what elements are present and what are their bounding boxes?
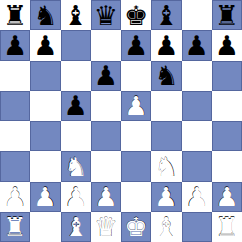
black-pawn-icon[interactable]: ♟ xyxy=(91,61,121,91)
piece-glyph: ♞ xyxy=(33,2,57,29)
square-a8[interactable]: ♜ xyxy=(0,0,30,30)
white-pawn-icon[interactable]: ♟♙ xyxy=(151,182,181,212)
white-knight-icon[interactable]: ♞♘ xyxy=(151,151,181,181)
square-h8[interactable]: ♜ xyxy=(212,0,242,30)
square-c3[interactable]: ♞♘ xyxy=(61,151,91,181)
square-h6[interactable] xyxy=(212,61,242,91)
black-rook-icon[interactable]: ♜ xyxy=(212,0,242,30)
white-knight-icon[interactable]: ♞♘ xyxy=(61,151,91,181)
square-a4[interactable] xyxy=(0,121,30,151)
square-d8[interactable]: ♛ xyxy=(91,0,121,30)
square-f5[interactable] xyxy=(151,91,181,121)
square-e1[interactable]: ♚♔ xyxy=(121,212,151,242)
square-h4[interactable] xyxy=(212,121,242,151)
piece-fill: ♝ xyxy=(155,214,178,240)
square-b8[interactable]: ♞ xyxy=(30,0,60,30)
white-king-icon[interactable]: ♚♔ xyxy=(121,212,151,242)
black-pawn-icon[interactable]: ♟ xyxy=(121,30,151,60)
white-rook-icon[interactable]: ♜♖ xyxy=(0,212,30,242)
square-e3[interactable] xyxy=(121,151,151,181)
black-pawn-icon[interactable]: ♟ xyxy=(212,30,242,60)
square-g8[interactable] xyxy=(182,0,212,30)
piece-glyph: ♟ xyxy=(33,32,57,59)
square-e5[interactable]: ♟♙ xyxy=(121,91,151,121)
white-pawn-icon[interactable]: ♟♙ xyxy=(182,182,212,212)
square-c8[interactable]: ♝ xyxy=(61,0,91,30)
square-b7[interactable]: ♟ xyxy=(30,30,60,60)
square-b1[interactable] xyxy=(30,212,60,242)
piece-fill: ♚ xyxy=(124,214,147,240)
square-h3[interactable] xyxy=(212,151,242,181)
piece-glyph: ♝ xyxy=(154,2,178,29)
square-g1[interactable] xyxy=(182,212,212,242)
piece-fill: ♟ xyxy=(185,184,208,210)
piece-glyph: ♟ xyxy=(185,32,209,59)
piece-fill: ♞ xyxy=(64,153,87,179)
square-a1[interactable]: ♜♖ xyxy=(0,212,30,242)
square-c5[interactable]: ♟ xyxy=(61,91,91,121)
square-f7[interactable]: ♟ xyxy=(151,30,181,60)
square-c7[interactable] xyxy=(61,30,91,60)
white-pawn-icon[interactable]: ♟♙ xyxy=(0,182,30,212)
square-g7[interactable]: ♟ xyxy=(182,30,212,60)
square-a2[interactable]: ♟♙ xyxy=(0,182,30,212)
piece-glyph: ♜ xyxy=(215,2,239,29)
square-h5[interactable] xyxy=(212,91,242,121)
black-pawn-icon[interactable]: ♟ xyxy=(182,30,212,60)
square-b5[interactable] xyxy=(30,91,60,121)
square-b2[interactable]: ♟♙ xyxy=(30,182,60,212)
black-knight-icon[interactable]: ♞ xyxy=(151,61,181,91)
piece-glyph: ♞ xyxy=(154,62,178,89)
square-e8[interactable]: ♚ xyxy=(121,0,151,30)
piece-fill: ♝ xyxy=(64,214,87,240)
piece-fill: ♟ xyxy=(124,93,147,119)
piece-fill: ♟ xyxy=(215,184,238,210)
square-a5[interactable] xyxy=(0,91,30,121)
white-bishop-icon[interactable]: ♝♗ xyxy=(151,212,181,242)
square-e4[interactable] xyxy=(121,121,151,151)
black-pawn-icon[interactable]: ♟ xyxy=(30,30,60,60)
black-knight-icon[interactable]: ♞ xyxy=(30,0,60,30)
white-rook-icon[interactable]: ♜♖ xyxy=(212,212,242,242)
piece-fill: ♟ xyxy=(64,184,87,210)
white-pawn-icon[interactable]: ♟♙ xyxy=(30,182,60,212)
piece-fill: ♟ xyxy=(155,184,178,210)
piece-fill: ♞ xyxy=(155,153,178,179)
square-c2[interactable]: ♟♙ xyxy=(61,182,91,212)
piece-fill: ♛ xyxy=(94,214,117,240)
piece-glyph: ♟ xyxy=(64,92,88,119)
square-d3[interactable] xyxy=(91,151,121,181)
square-f1[interactable]: ♝♗ xyxy=(151,212,181,242)
square-b4[interactable] xyxy=(30,121,60,151)
square-a7[interactable]: ♟ xyxy=(0,30,30,60)
piece-fill: ♜ xyxy=(215,214,238,240)
piece-fill: ♜ xyxy=(3,214,26,240)
piece-glyph: ♟ xyxy=(124,32,148,59)
square-b3[interactable] xyxy=(30,151,60,181)
black-pawn-icon[interactable]: ♟ xyxy=(151,30,181,60)
square-e7[interactable]: ♟ xyxy=(121,30,151,60)
square-g5[interactable] xyxy=(182,91,212,121)
square-g3[interactable] xyxy=(182,151,212,181)
piece-glyph: ♟ xyxy=(3,32,27,59)
white-pawn-icon[interactable]: ♟♙ xyxy=(61,182,91,212)
square-f4[interactable] xyxy=(151,121,181,151)
square-c6[interactable] xyxy=(61,61,91,91)
square-f2[interactable]: ♟♙ xyxy=(151,182,181,212)
square-c1[interactable]: ♝♗ xyxy=(61,212,91,242)
square-h1[interactable]: ♜♖ xyxy=(212,212,242,242)
piece-glyph: ♟ xyxy=(94,62,118,89)
black-pawn-icon[interactable]: ♟ xyxy=(0,30,30,60)
square-e6[interactable] xyxy=(121,61,151,91)
square-g4[interactable] xyxy=(182,121,212,151)
square-h7[interactable]: ♟ xyxy=(212,30,242,60)
piece-fill: ♟ xyxy=(3,184,26,210)
square-d5[interactable] xyxy=(91,91,121,121)
square-f3[interactable]: ♞♘ xyxy=(151,151,181,181)
square-d2[interactable]: ♟♙ xyxy=(91,182,121,212)
white-queen-icon[interactable]: ♛♕ xyxy=(91,212,121,242)
square-d1[interactable]: ♛♕ xyxy=(91,212,121,242)
square-f6[interactable]: ♞ xyxy=(151,61,181,91)
black-queen-icon[interactable]: ♛ xyxy=(91,0,121,30)
white-bishop-icon[interactable]: ♝♗ xyxy=(61,212,91,242)
square-b6[interactable] xyxy=(30,61,60,91)
black-bishop-icon[interactable]: ♝ xyxy=(61,0,91,30)
piece-glyph: ♟ xyxy=(154,32,178,59)
square-f8[interactable]: ♝ xyxy=(151,0,181,30)
square-d4[interactable] xyxy=(91,121,121,151)
piece-glyph: ♜ xyxy=(3,2,27,29)
square-g6[interactable] xyxy=(182,61,212,91)
chess-board: ♜♞♝♛♚♝♜♟♟♟♟♟♟♟♞♟♟♙♞♘♞♘♟♙♟♙♟♙♟♙♟♙♟♙♟♙♜♖♝♗… xyxy=(0,0,242,242)
square-a3[interactable] xyxy=(0,151,30,181)
square-e2[interactable] xyxy=(121,182,151,212)
piece-fill: ♟ xyxy=(34,184,57,210)
square-d7[interactable] xyxy=(91,30,121,60)
piece-glyph: ♝ xyxy=(64,2,88,29)
square-a6[interactable] xyxy=(0,61,30,91)
white-pawn-icon[interactable]: ♟♙ xyxy=(91,182,121,212)
square-d6[interactable]: ♟ xyxy=(91,61,121,91)
black-pawn-icon[interactable]: ♟ xyxy=(61,91,91,121)
black-bishop-icon[interactable]: ♝ xyxy=(151,0,181,30)
white-pawn-icon[interactable]: ♟♙ xyxy=(121,91,151,121)
black-rook-icon[interactable]: ♜ xyxy=(0,0,30,30)
white-pawn-icon[interactable]: ♟♙ xyxy=(212,182,242,212)
piece-glyph: ♚ xyxy=(124,2,148,29)
square-g2[interactable]: ♟♙ xyxy=(182,182,212,212)
piece-glyph: ♟ xyxy=(215,32,239,59)
square-c4[interactable] xyxy=(61,121,91,151)
black-king-icon[interactable]: ♚ xyxy=(121,0,151,30)
piece-glyph: ♛ xyxy=(94,2,118,29)
piece-fill: ♟ xyxy=(94,184,117,210)
square-h2[interactable]: ♟♙ xyxy=(212,182,242,212)
